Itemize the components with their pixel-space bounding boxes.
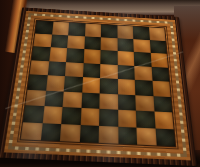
square-g4 [135,80,153,96]
square-f6 [117,51,134,66]
square-e2 [99,109,118,126]
square-f1 [118,126,137,144]
square-f5 [117,65,134,80]
square-c8 [68,23,85,36]
square-e6 [100,50,117,65]
square-e8 [101,24,117,37]
square-d5 [83,63,101,78]
square-f3 [118,94,136,111]
square-b1 [40,123,61,141]
square-h3 [153,96,172,113]
square-a5 [30,60,49,75]
square-b5 [47,61,66,76]
square-a4 [28,74,48,90]
square-g7 [133,39,150,53]
square-a6 [32,46,51,61]
square-a3 [25,89,45,106]
square-e1 [99,125,118,143]
chess-table [0,7,197,166]
square-c6 [66,48,84,63]
board-border-band [4,11,191,160]
square-h7 [149,40,166,54]
square-f7 [117,38,134,52]
square-b8 [52,22,69,35]
square-c4 [64,76,83,92]
square-h5 [151,66,169,81]
square-b3 [44,90,64,107]
square-h1 [155,128,175,146]
square-d2 [80,108,99,125]
square-g1 [136,127,156,145]
square-c5 [65,62,83,77]
square-a2 [23,105,44,123]
square-g2 [136,111,155,128]
square-h2 [154,111,174,128]
square-a8 [35,21,53,34]
square-b4 [46,75,65,91]
square-d6 [83,49,100,64]
board-outer-frame [0,7,197,166]
square-f4 [117,79,135,95]
square-d1 [79,124,99,142]
square-b2 [42,106,62,124]
square-e3 [99,93,117,110]
square-c3 [63,91,82,108]
square-h6 [150,53,168,68]
square-e4 [100,78,118,94]
square-g5 [134,66,152,81]
square-g6 [134,52,151,67]
square-a7 [33,33,51,47]
square-g3 [135,95,154,112]
square-c2 [61,107,81,125]
square-h8 [149,27,166,40]
square-d3 [81,92,100,109]
square-d4 [82,77,100,93]
square-d7 [84,36,101,50]
square-d8 [85,24,102,37]
square-f8 [117,25,133,38]
square-e7 [101,37,118,51]
square-b6 [49,47,67,62]
square-g8 [133,26,150,39]
square-f2 [118,110,137,127]
square-e5 [100,64,117,79]
square-b7 [50,34,68,48]
square-h4 [152,81,171,97]
square-c7 [67,35,84,49]
square-a1 [21,122,42,140]
chess-board-grid [21,21,175,147]
square-c1 [60,124,80,142]
photo-of-chess-table [0,0,200,167]
